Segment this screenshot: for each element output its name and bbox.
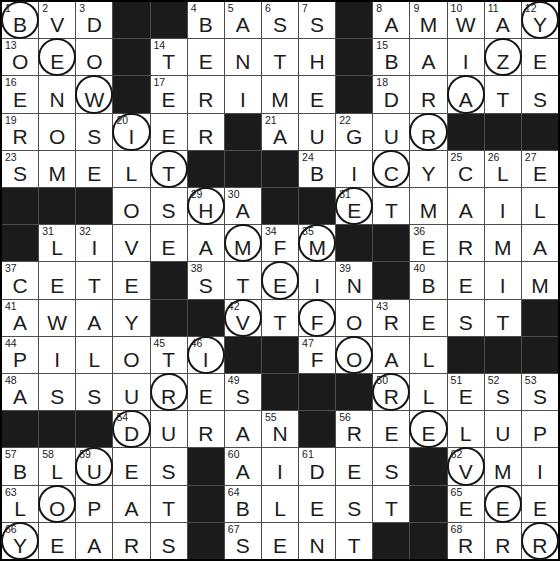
grid-cell[interactable]: 68R (448, 523, 484, 559)
grid-cell[interactable]: 40B (410, 262, 446, 298)
grid-cell[interactable]: A (113, 486, 149, 522)
grid-cell[interactable]: 2V (39, 2, 75, 38)
grid-cell[interactable]: S (448, 300, 484, 336)
clue-number: 32 (79, 225, 91, 238)
cell-letter: I (448, 51, 484, 73)
cell-letter: N (262, 423, 298, 445)
clue-number: 66 (5, 523, 17, 536)
grid-cell[interactable]: T (485, 76, 521, 112)
clue-number: 17 (154, 76, 166, 89)
grid-cell[interactable]: 25C (448, 151, 484, 187)
cell-letter: V (39, 14, 75, 36)
grid-cell[interactable]: 56R (336, 411, 372, 447)
grid-cell[interactable]: 20I (113, 114, 149, 150)
cell-letter: S (151, 461, 187, 483)
cell-letter: O (113, 349, 149, 371)
black-cell (225, 151, 261, 187)
clue-number: 20 (116, 114, 128, 127)
grid-cell[interactable]: N (225, 39, 261, 75)
cell-letter: I (522, 461, 558, 483)
grid-cell[interactable]: R (113, 523, 149, 559)
grid-cell[interactable]: I (336, 151, 372, 187)
grid-cell[interactable]: A (448, 188, 484, 224)
grid-cell[interactable]: S (151, 188, 187, 224)
clue-number: 10 (451, 2, 463, 15)
grid-cell[interactable]: S (522, 76, 558, 112)
cell-letter: S (448, 312, 484, 334)
grid-cell[interactable]: I (262, 448, 298, 484)
cell-letter: E (410, 312, 446, 334)
grid-cell[interactable]: A (188, 225, 224, 261)
grid-cell[interactable]: 63L (2, 486, 38, 522)
grid-cell[interactable]: F (299, 300, 335, 336)
grid-cell[interactable]: U (299, 114, 335, 150)
cell-letter: U (113, 386, 149, 408)
cell-letter: P (2, 349, 38, 371)
cell-letter: A (2, 386, 38, 408)
grid-cell[interactable]: 50R (373, 374, 409, 410)
clue-number: 60 (228, 448, 240, 461)
cell-letter: N (225, 51, 261, 73)
grid-cell[interactable]: 18D (373, 76, 409, 112)
cell-letter: L (485, 163, 521, 185)
grid-cell[interactable]: A (410, 39, 446, 75)
grid-cell[interactable]: 19R (2, 114, 38, 150)
cell-letter: V (225, 312, 261, 334)
grid-cell[interactable]: 43R (373, 300, 409, 336)
grid-cell[interactable]: E (522, 486, 558, 522)
grid-cell[interactable]: O (336, 337, 372, 373)
grid-cell[interactable]: E (113, 262, 149, 298)
grid-cell[interactable]: 7S (299, 2, 335, 38)
grid-cell[interactable]: U (151, 411, 187, 447)
grid-cell[interactable]: A (225, 411, 261, 447)
grid-cell[interactable]: L (448, 411, 484, 447)
cell-letter: Y (2, 535, 38, 557)
grid-cell[interactable]: E (39, 523, 75, 559)
grid-cell[interactable]: T (151, 151, 187, 187)
clue-number: 35 (302, 225, 314, 238)
cell-letter: T (262, 51, 298, 73)
grid-cell[interactable]: S (39, 374, 75, 410)
grid-cell[interactable]: 59U (76, 448, 112, 484)
cell-letter: A (373, 14, 409, 36)
grid-cell[interactable]: Y (113, 300, 149, 336)
clue-number: 18 (376, 76, 388, 89)
cell-letter: M (299, 237, 335, 259)
cell-letter: M (485, 237, 521, 259)
grid-cell[interactable]: 65E (448, 486, 484, 522)
grid-cell[interactable]: L (410, 374, 446, 410)
grid-cell[interactable]: 53S (522, 374, 558, 410)
cell-letter: T (151, 51, 187, 73)
grid-cell[interactable]: E (39, 262, 75, 298)
grid-cell[interactable]: R (448, 225, 484, 261)
grid-cell[interactable]: 46I (188, 337, 224, 373)
grid-cell[interactable]: 67S (225, 523, 261, 559)
black-cell (373, 225, 409, 261)
cell-letter: A (522, 237, 558, 259)
grid-cell[interactable]: M (485, 225, 521, 261)
cell-letter: F (262, 237, 298, 259)
grid-cell[interactable]: S (373, 448, 409, 484)
grid-cell[interactable]: 29H (188, 188, 224, 224)
cell-letter: O (336, 312, 372, 334)
cell-letter: B (299, 163, 335, 185)
cell-letter: E (76, 163, 112, 185)
grid-cell[interactable]: A (76, 300, 112, 336)
cell-letter: R (373, 312, 409, 334)
grid-cell[interactable]: O (113, 337, 149, 373)
grid-cell[interactable]: L (262, 486, 298, 522)
grid-cell[interactable]: U (113, 374, 149, 410)
grid-cell[interactable]: Z (485, 39, 521, 75)
cell-letter: R (336, 423, 372, 445)
grid-cell[interactable]: T (373, 486, 409, 522)
clue-number: 68 (451, 523, 463, 536)
grid-cell[interactable]: T (225, 262, 261, 298)
cell-letter: T (485, 89, 521, 111)
grid-cell[interactable]: E (336, 448, 372, 484)
cell-letter: U (485, 423, 521, 445)
grid-cell[interactable]: O (39, 114, 75, 150)
black-cell (410, 523, 446, 559)
cell-letter: B (373, 51, 409, 73)
grid-cell[interactable]: R (151, 374, 187, 410)
grid-cell[interactable]: W (39, 300, 75, 336)
grid-cell[interactable]: 1B (2, 2, 38, 38)
cell-letter: I (485, 275, 521, 297)
grid-cell[interactable]: I (448, 39, 484, 75)
grid-cell[interactable]: 42V (225, 300, 261, 336)
grid-cell[interactable]: 14T (151, 39, 187, 75)
grid-cell[interactable]: O (336, 300, 372, 336)
grid-cell[interactable]: 22G (336, 114, 372, 150)
grid-cell[interactable]: R (188, 411, 224, 447)
cell-letter: Z (485, 51, 521, 73)
grid-cell[interactable]: M (225, 225, 261, 261)
grid-cell[interactable]: 57B (2, 448, 38, 484)
cell-letter: B (2, 14, 38, 36)
cell-letter: W (448, 14, 484, 36)
grid-cell[interactable]: 27E (522, 151, 558, 187)
grid-cell[interactable]: L (410, 337, 446, 373)
grid-cell[interactable]: P (76, 486, 112, 522)
grid-cell[interactable]: 41A (2, 300, 38, 336)
cell-letter: T (151, 498, 187, 520)
cell-letter: R (448, 237, 484, 259)
cell-letter: M (410, 200, 446, 222)
grid-cell[interactable]: 36E (410, 225, 446, 261)
grid-cell[interactable]: T (373, 188, 409, 224)
grid-cell[interactable]: N (39, 76, 75, 112)
grid-cell[interactable]: R (188, 114, 224, 150)
cell-letter: Y (522, 14, 558, 36)
grid-cell[interactable]: L (113, 151, 149, 187)
cell-letter: N (336, 275, 372, 297)
grid-cell[interactable]: 38S (188, 262, 224, 298)
cell-letter: M (522, 275, 558, 297)
grid-cell[interactable]: 4B (188, 2, 224, 38)
cell-letter: S (485, 386, 521, 408)
grid-cell[interactable]: O (76, 39, 112, 75)
grid-cell[interactable]: 60A (225, 448, 261, 484)
black-cell (485, 337, 521, 373)
grid-cell[interactable]: 6S (262, 2, 298, 38)
cell-letter: I (113, 126, 149, 148)
cell-letter: I (188, 349, 224, 371)
cell-letter: L (262, 498, 298, 520)
grid-cell[interactable]: 47F (299, 337, 335, 373)
grid-cell[interactable]: M (485, 448, 521, 484)
cell-letter: E (448, 275, 484, 297)
clue-number: 67 (228, 523, 240, 536)
clue-number: 64 (228, 486, 240, 499)
grid-cell[interactable]: E (299, 76, 335, 112)
cell-letter: A (262, 126, 298, 148)
grid-cell[interactable]: 51E (448, 374, 484, 410)
grid-cell[interactable]: U (485, 411, 521, 447)
black-cell (39, 411, 75, 447)
grid-cell[interactable]: E (448, 262, 484, 298)
grid-cell[interactable]: N (299, 523, 335, 559)
cell-letter: D (373, 89, 409, 111)
grid-cell[interactable]: 26L (485, 151, 521, 187)
grid-cell[interactable]: R (410, 76, 446, 112)
cell-letter: S (336, 498, 372, 520)
grid-cell[interactable]: E (262, 262, 298, 298)
clue-number: 21 (265, 114, 277, 127)
clue-number: 29 (191, 188, 203, 201)
cell-letter: C (2, 275, 38, 297)
grid-cell[interactable]: 24B (299, 151, 335, 187)
grid-cell[interactable]: C (373, 151, 409, 187)
grid-cell[interactable]: T (76, 262, 112, 298)
grid-cell[interactable]: 31L (39, 225, 75, 261)
grid-cell[interactable]: I (485, 262, 521, 298)
grid-cell[interactable]: I (522, 448, 558, 484)
grid-cell[interactable]: 8A (373, 2, 409, 38)
grid-cell[interactable]: A (373, 337, 409, 373)
grid-cell[interactable]: 34F (262, 225, 298, 261)
clue-number: 58 (42, 448, 54, 461)
clue-number: 34 (265, 225, 277, 238)
grid-cell[interactable]: L (522, 188, 558, 224)
clue-number: 44 (5, 337, 17, 350)
cell-letter: F (299, 349, 335, 371)
grid-cell[interactable]: T (336, 523, 372, 559)
cell-letter: A (188, 237, 224, 259)
cell-letter: T (336, 535, 372, 557)
grid-cell[interactable]: 37C (2, 262, 38, 298)
clue-number: 59 (79, 448, 91, 461)
cell-letter: E (522, 51, 558, 73)
black-cell (188, 486, 224, 522)
black-cell (262, 151, 298, 187)
grid-cell[interactable]: 58L (39, 448, 75, 484)
grid-cell[interactable]: E (76, 151, 112, 187)
cell-letter: B (410, 275, 446, 297)
grid-cell[interactable]: T (262, 300, 298, 336)
clue-number: 51 (451, 374, 463, 387)
grid-cell[interactable]: A (448, 76, 484, 112)
grid-cell[interactable]: E (151, 225, 187, 261)
grid-cell[interactable]: 61D (299, 448, 335, 484)
cell-letter: T (373, 200, 409, 222)
cell-letter: S (151, 200, 187, 222)
cell-letter: I (225, 89, 261, 111)
grid-cell[interactable]: 35M (299, 225, 335, 261)
grid-cell[interactable]: E (262, 523, 298, 559)
grid-cell[interactable]: E (39, 39, 75, 75)
grid-cell[interactable]: W (76, 76, 112, 112)
grid-cell[interactable]: 52S (485, 374, 521, 410)
grid-cell[interactable]: E (373, 411, 409, 447)
cell-letter: O (39, 126, 75, 148)
clue-number: 53 (525, 374, 537, 387)
cell-letter: E (336, 200, 372, 222)
black-cell (299, 188, 335, 224)
cell-letter: S (76, 386, 112, 408)
grid-cell[interactable]: S (151, 523, 187, 559)
black-cell (410, 486, 446, 522)
grid-cell[interactable]: I (299, 262, 335, 298)
grid-cell[interactable]: R (410, 114, 446, 150)
grid-cell[interactable]: O (113, 188, 149, 224)
grid-cell[interactable]: E (410, 300, 446, 336)
clue-number: 37 (5, 262, 17, 275)
grid-cell[interactable]: M (522, 262, 558, 298)
grid-cell[interactable]: I (485, 188, 521, 224)
grid-cell[interactable]: O (39, 486, 75, 522)
grid-cell[interactable]: E (522, 39, 558, 75)
grid-cell[interactable]: S (336, 486, 372, 522)
clue-number: 9 (413, 2, 419, 15)
grid-cell[interactable]: P (522, 411, 558, 447)
grid-cell[interactable]: 66Y (2, 523, 38, 559)
grid-cell[interactable]: S (151, 448, 187, 484)
grid-cell[interactable]: E (151, 114, 187, 150)
cell-letter: C (448, 163, 484, 185)
black-cell (373, 262, 409, 298)
grid-cell[interactable]: H (299, 39, 335, 75)
grid-cell[interactable]: S (76, 374, 112, 410)
cell-letter: E (39, 275, 75, 297)
cell-letter: E (188, 51, 224, 73)
grid-cell[interactable]: E (410, 411, 446, 447)
black-cell (299, 374, 335, 410)
grid-cell[interactable]: M (410, 188, 446, 224)
grid-cell[interactable]: 54D (113, 411, 149, 447)
grid-cell[interactable]: R (485, 523, 521, 559)
cell-letter: S (39, 386, 75, 408)
grid-cell[interactable]: 17E (151, 76, 187, 112)
cell-letter: S (2, 163, 38, 185)
cell-letter: A (448, 200, 484, 222)
grid-cell[interactable]: 9M (410, 2, 446, 38)
grid-cell[interactable]: 44P (2, 337, 38, 373)
cell-letter: M (410, 14, 446, 36)
grid-cell[interactable]: R (522, 523, 558, 559)
grid-cell[interactable]: 10W (448, 2, 484, 38)
cell-letter: L (39, 237, 75, 259)
grid-cell[interactable]: M (262, 76, 298, 112)
black-cell (151, 300, 187, 336)
grid-cell[interactable]: I (39, 337, 75, 373)
grid-cell[interactable]: 49S (225, 374, 261, 410)
cell-letter: I (39, 349, 75, 371)
grid-cell[interactable]: 13O (2, 39, 38, 75)
cell-letter: O (113, 200, 149, 222)
clue-number: 11 (488, 2, 499, 15)
grid-cell[interactable]: 32I (76, 225, 112, 261)
black-cell (522, 114, 558, 150)
grid-cell[interactable]: 21A (262, 114, 298, 150)
grid-cell[interactable]: A (522, 225, 558, 261)
grid-cell[interactable]: Y (410, 151, 446, 187)
clue-number: 65 (451, 486, 463, 499)
black-cell (225, 337, 261, 373)
grid-cell[interactable]: 45T (151, 337, 187, 373)
grid-cell[interactable]: E (299, 486, 335, 522)
cell-letter: D (76, 14, 112, 36)
grid-cell[interactable]: 3D (76, 2, 112, 38)
grid-cell[interactable]: 15B (373, 39, 409, 75)
grid-cell[interactable]: 5A (225, 2, 261, 38)
grid-cell[interactable]: R (188, 76, 224, 112)
grid-cell[interactable]: U (373, 114, 409, 150)
black-cell (113, 2, 149, 38)
grid-cell[interactable]: 11A (485, 2, 521, 38)
cell-letter: Y (410, 163, 446, 185)
grid-cell[interactable]: 30A (225, 188, 261, 224)
grid-cell[interactable]: A (76, 523, 112, 559)
grid-cell[interactable]: E (485, 486, 521, 522)
grid-cell[interactable]: T (262, 39, 298, 75)
grid-cell[interactable]: S (76, 114, 112, 150)
grid-cell[interactable]: V (113, 225, 149, 261)
cell-letter: A (225, 461, 261, 483)
grid-cell[interactable]: 12Y (522, 2, 558, 38)
grid-cell[interactable]: I (225, 76, 261, 112)
cell-letter: L (410, 349, 446, 371)
crossword-grid: 1B2V3D4B5A6S7S8A9M10W11A12Y13OEO14TENTH1… (0, 0, 560, 561)
grid-cell[interactable]: 31E (336, 188, 372, 224)
grid-cell[interactable]: T (485, 300, 521, 336)
grid-cell[interactable]: 48A (2, 374, 38, 410)
grid-cell[interactable]: E (188, 374, 224, 410)
grid-cell[interactable]: E (113, 448, 149, 484)
cell-letter: T (262, 312, 298, 334)
clue-number: 13 (5, 39, 17, 52)
grid-cell[interactable]: 55N (262, 411, 298, 447)
grid-cell[interactable]: 64B (225, 486, 261, 522)
cell-letter: A (113, 498, 149, 520)
grid-cell[interactable]: E (188, 39, 224, 75)
grid-cell[interactable]: 62V (448, 448, 484, 484)
grid-cell[interactable]: 39N (336, 262, 372, 298)
grid-cell[interactable]: T (151, 486, 187, 522)
grid-cell[interactable]: 23S (2, 151, 38, 187)
clue-number: 42 (228, 300, 240, 313)
cell-letter: R (2, 126, 38, 148)
grid-cell[interactable]: L (76, 337, 112, 373)
cell-letter: R (410, 89, 446, 111)
grid-cell[interactable]: M (39, 151, 75, 187)
cell-letter: T (373, 498, 409, 520)
clue-number: 22 (339, 114, 351, 127)
grid-cell[interactable]: 16E (2, 76, 38, 112)
